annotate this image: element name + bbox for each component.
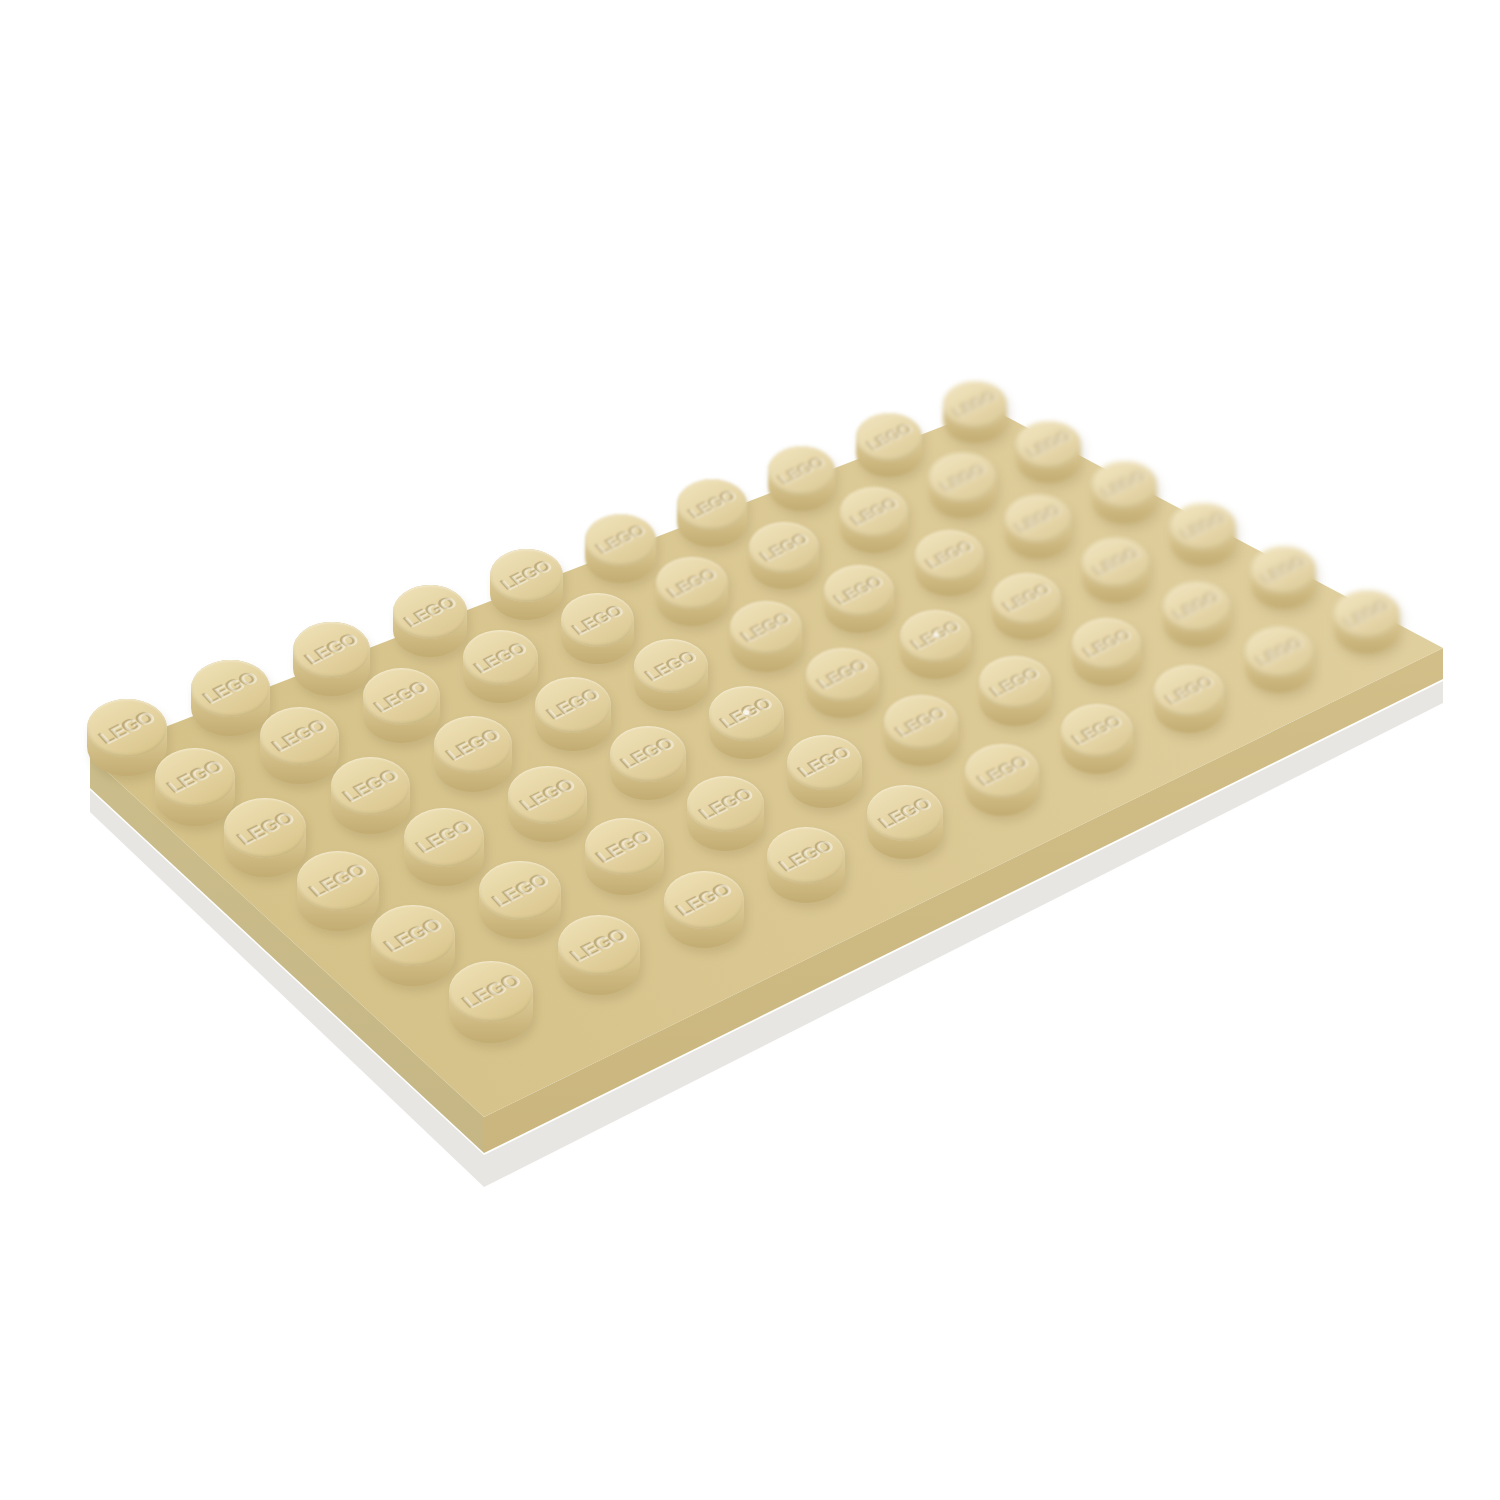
stud-top-surface: LEGO: [867, 785, 943, 840]
stud-top-surface: LEGO: [224, 798, 306, 858]
stud-5-3: LEGO: [806, 648, 879, 719]
stud-top-surface: LEGO: [634, 639, 708, 693]
stud-top-surface: LEGO: [479, 861, 560, 920]
stud-6-4: LEGO: [979, 656, 1050, 725]
stud-top-surface: LEGO: [1245, 627, 1313, 677]
stud-lego-emboss-text: LEGO: [232, 807, 298, 848]
stud-6-5: LEGO: [1061, 704, 1133, 774]
stud-top-surface: LEGO: [979, 656, 1050, 708]
stud-7-4: LEGO: [1072, 618, 1142, 685]
stud-5-4: LEGO: [884, 695, 957, 766]
stud-5-5: LEGO: [965, 744, 1039, 816]
stud-top-surface: LEGO: [363, 668, 440, 724]
stud-top-surface: LEGO: [929, 453, 995, 501]
stud-8-5: LEGO: [1245, 627, 1313, 693]
stud-lego-emboss-text: LEGO: [592, 827, 656, 867]
stud-3-4: LEGO: [687, 776, 764, 851]
stud-9-4: LEGO: [1251, 546, 1317, 610]
stud-2-0: LEGO: [293, 622, 369, 696]
product-photo-stage: LEGOLEGOLEGOLEGOLEGOLEGOLEGOLEGOLEGOLEGO…: [0, 0, 1500, 1500]
stud-lego-emboss-text: LEGO: [737, 610, 795, 646]
stud-top-surface: LEGO: [840, 487, 908, 537]
stud-lego-emboss-text: LEGO: [617, 734, 679, 773]
stud-1-0: LEGO: [191, 660, 269, 736]
stud-lego-emboss-text: LEGO: [1340, 597, 1393, 630]
stud-7-1: LEGO: [840, 487, 908, 553]
stud-9-5: LEGO: [1334, 590, 1400, 654]
stud-top-surface: LEGO: [915, 530, 984, 580]
stud-lego-emboss-text: LEGO: [370, 677, 432, 716]
stud-lego-emboss-text: LEGO: [694, 784, 757, 823]
stud-lego-emboss-text: LEGO: [1169, 589, 1223, 623]
stud-4-3: LEGO: [709, 686, 784, 759]
stud-top-surface: LEGO: [371, 905, 454, 966]
stud-8-4: LEGO: [1163, 582, 1231, 648]
stud-1-5: LEGO: [558, 915, 640, 995]
stud-lego-emboss-text: LEGO: [268, 716, 332, 756]
stud-lego-emboss-text: LEGO: [922, 537, 977, 571]
stud-lego-emboss-text: LEGO: [847, 495, 902, 529]
stud-lego-emboss-text: LEGO: [863, 421, 916, 454]
stud-lego-emboss-text: LEGO: [301, 631, 362, 669]
stud-lego-emboss-text: LEGO: [338, 766, 402, 806]
stud-lego-emboss-text: LEGO: [663, 565, 720, 601]
stud-top-surface: LEGO: [943, 381, 1007, 428]
stud-lego-emboss-text: LEGO: [487, 870, 552, 911]
stud-top-surface: LEGO: [297, 851, 379, 911]
stud-6-1: LEGO: [749, 522, 819, 590]
stud-7-0: LEGO: [768, 446, 836, 512]
stud-2-4: LEGO: [585, 818, 664, 895]
stud-top-surface: LEGO: [1016, 421, 1080, 468]
stud-7-3: LEGO: [992, 573, 1061, 640]
stud-lego-emboss-text: LEGO: [1177, 510, 1230, 543]
stud-lego-emboss-text: LEGO: [936, 461, 989, 495]
stud-0-4: LEGO: [371, 905, 454, 986]
stud-0-1: LEGO: [155, 748, 236, 826]
stud-lego-emboss-text: LEGO: [457, 971, 524, 1013]
stud-lego-emboss-text: LEGO: [516, 775, 579, 815]
white-pin-mark: [933, 633, 939, 637]
stud-top-surface: LEGO: [610, 726, 687, 782]
stud-top-surface: LEGO: [787, 735, 862, 790]
stud-lego-emboss-text: LEGO: [380, 914, 447, 956]
white-pin-mark: [743, 710, 749, 715]
stud-lego-emboss-text: LEGO: [1079, 626, 1135, 661]
stud-top-surface: LEGO: [404, 808, 484, 867]
stud-9-0: LEGO: [943, 381, 1007, 443]
stud-1-2: LEGO: [331, 757, 411, 834]
stud-lego-emboss-text: LEGO: [542, 686, 603, 724]
stud-top-surface: LEGO: [585, 818, 664, 876]
stud-top-surface: LEGO: [824, 565, 894, 616]
stud-1-1: LEGO: [260, 707, 339, 784]
stud-top-surface: LEGO: [749, 522, 819, 573]
stud-1-4: LEGO: [479, 861, 560, 940]
stud-lego-emboss-text: LEGO: [830, 573, 887, 608]
stud-3-3: LEGO: [610, 726, 687, 800]
stud-lego-emboss-text: LEGO: [794, 744, 854, 782]
stud-top-surface: LEGO: [449, 961, 533, 1022]
stud-8-2: LEGO: [1005, 495, 1072, 560]
stud-7-5: LEGO: [1154, 665, 1224, 733]
stud-lego-emboss-text: LEGO: [973, 753, 1032, 790]
stud-top-surface: LEGO: [1170, 503, 1235, 551]
stud-2-1: LEGO: [363, 668, 440, 743]
stud-7-2: LEGO: [915, 530, 984, 596]
stud-lego-emboss-text: LEGO: [949, 388, 1000, 420]
stud-lego-emboss-text: LEGO: [566, 925, 632, 966]
stud-lego-emboss-text: LEGO: [891, 703, 950, 740]
stud-4-2: LEGO: [634, 639, 708, 711]
stud-lego-emboss-text: LEGO: [1257, 553, 1310, 586]
stud-lego-emboss-text: LEGO: [1068, 712, 1126, 748]
stud-lego-emboss-text: LEGO: [442, 725, 505, 765]
stud-lego-emboss-text: LEGO: [497, 557, 555, 593]
stud-top-surface: LEGO: [434, 716, 512, 773]
stud-lego-emboss-text: LEGO: [672, 880, 736, 920]
stud-lego-emboss-text: LEGO: [568, 601, 627, 638]
stud-top-surface: LEGO: [558, 915, 640, 975]
stud-lego-emboss-text: LEGO: [1089, 545, 1143, 579]
stud-lego-emboss-text: LEGO: [774, 836, 837, 876]
stud-4-5: LEGO: [867, 785, 943, 859]
stud-lego-emboss-text: LEGO: [999, 581, 1054, 615]
stud-5-1: LEGO: [656, 557, 728, 627]
stud-top-surface: LEGO: [535, 677, 611, 732]
stud-8-1: LEGO: [929, 453, 995, 517]
stud-lego-emboss-text: LEGO: [1161, 673, 1217, 708]
stud-top-surface: LEGO: [730, 601, 802, 654]
stud-top-surface: LEGO: [992, 573, 1061, 623]
stud-top-surface: LEGO: [1061, 704, 1133, 757]
stud-4-4: LEGO: [787, 735, 862, 808]
stud-lego-emboss-text: LEGO: [305, 860, 371, 902]
stud-0-2: LEGO: [224, 798, 306, 877]
stud-4-0: LEGO: [490, 549, 563, 620]
stud-9-1: LEGO: [1016, 421, 1080, 483]
stud-6-2: LEGO: [824, 565, 894, 633]
stud-lego-emboss-text: LEGO: [1011, 502, 1065, 536]
stud-top-surface: LEGO: [677, 479, 746, 530]
stud-0-3: LEGO: [297, 851, 379, 931]
stud-lego-emboss-text: LEGO: [95, 708, 159, 748]
stud-top-surface: LEGO: [155, 748, 236, 807]
stud-8-3: LEGO: [1082, 538, 1149, 603]
stud-top-surface: LEGO: [1251, 546, 1317, 594]
stud-lego-emboss-text: LEGO: [163, 757, 228, 797]
stud-top-surface: LEGO: [293, 622, 369, 678]
stud-3-2: LEGO: [535, 677, 611, 751]
stud-top-surface: LEGO: [664, 871, 744, 929]
stud-lego-emboss-text: LEGO: [641, 647, 700, 684]
stud-top-surface: LEGO: [1092, 461, 1157, 508]
stud-top-surface: LEGO: [806, 648, 879, 701]
stud-9-3: LEGO: [1170, 503, 1235, 566]
stud-top-surface: LEGO: [260, 707, 339, 765]
stud-4-1: LEGO: [561, 593, 635, 664]
stud-top-surface: LEGO: [656, 557, 728, 609]
stud-top-surface: LEGO: [884, 695, 957, 749]
stud-5-0: LEGO: [585, 514, 656, 583]
stud-top-surface: LEGO: [561, 593, 635, 647]
stud-top-surface: LEGO: [463, 630, 538, 685]
stud-top-surface: LEGO: [191, 660, 269, 717]
stud-1-3: LEGO: [404, 808, 484, 886]
stud-top-surface: LEGO: [709, 686, 784, 741]
stud-top-surface: LEGO: [900, 610, 971, 662]
stud-lego-emboss-text: LEGO: [470, 639, 530, 677]
stud-lego-emboss-text: LEGO: [1252, 635, 1307, 669]
stud-top-surface: LEGO: [508, 766, 587, 823]
stud-lego-emboss-text: LEGO: [1023, 428, 1075, 460]
stud-5-2: LEGO: [730, 601, 802, 671]
stud-2-3: LEGO: [508, 766, 587, 842]
stud-top-surface: LEGO: [687, 776, 764, 832]
stud-2-5: LEGO: [664, 871, 744, 949]
stud-lego-emboss-text: LEGO: [400, 594, 460, 631]
stud-lego-emboss-text: LEGO: [756, 529, 812, 564]
stud-6-0: LEGO: [677, 479, 746, 546]
stud-top-surface: LEGO: [1334, 590, 1400, 638]
stud-top-surface: LEGO: [490, 549, 563, 602]
stud-lego-emboss-text: LEGO: [986, 664, 1043, 700]
stud-lego-emboss-text: LEGO: [813, 656, 871, 692]
stud-lego-emboss-text: LEGO: [775, 454, 829, 488]
stud-2-2: LEGO: [434, 716, 512, 792]
stud-9-2: LEGO: [1092, 461, 1157, 524]
stud-3-0: LEGO: [393, 585, 468, 657]
stud-top-surface: LEGO: [585, 514, 656, 566]
stud-3-5: LEGO: [767, 827, 845, 903]
stud-lego-emboss-text: LEGO: [684, 487, 740, 522]
stud-lego-emboss-text: LEGO: [199, 668, 262, 708]
stud-8-0: LEGO: [856, 413, 922, 477]
stud-3-1: LEGO: [463, 630, 538, 703]
stud-top-surface: LEGO: [331, 757, 411, 815]
stud-0-5: LEGO: [449, 961, 533, 1042]
stud-lego-emboss-text: LEGO: [875, 794, 936, 832]
stud-top-surface: LEGO: [767, 827, 845, 884]
stud-lego-emboss-text: LEGO: [1099, 468, 1151, 500]
stud-lego-emboss-text: LEGO: [592, 522, 649, 558]
stud-top-surface: LEGO: [1082, 538, 1149, 587]
stud-top-surface: LEGO: [1163, 582, 1231, 631]
stud-lego-emboss-text: LEGO: [412, 817, 476, 857]
stud-6-3: LEGO: [900, 610, 971, 679]
